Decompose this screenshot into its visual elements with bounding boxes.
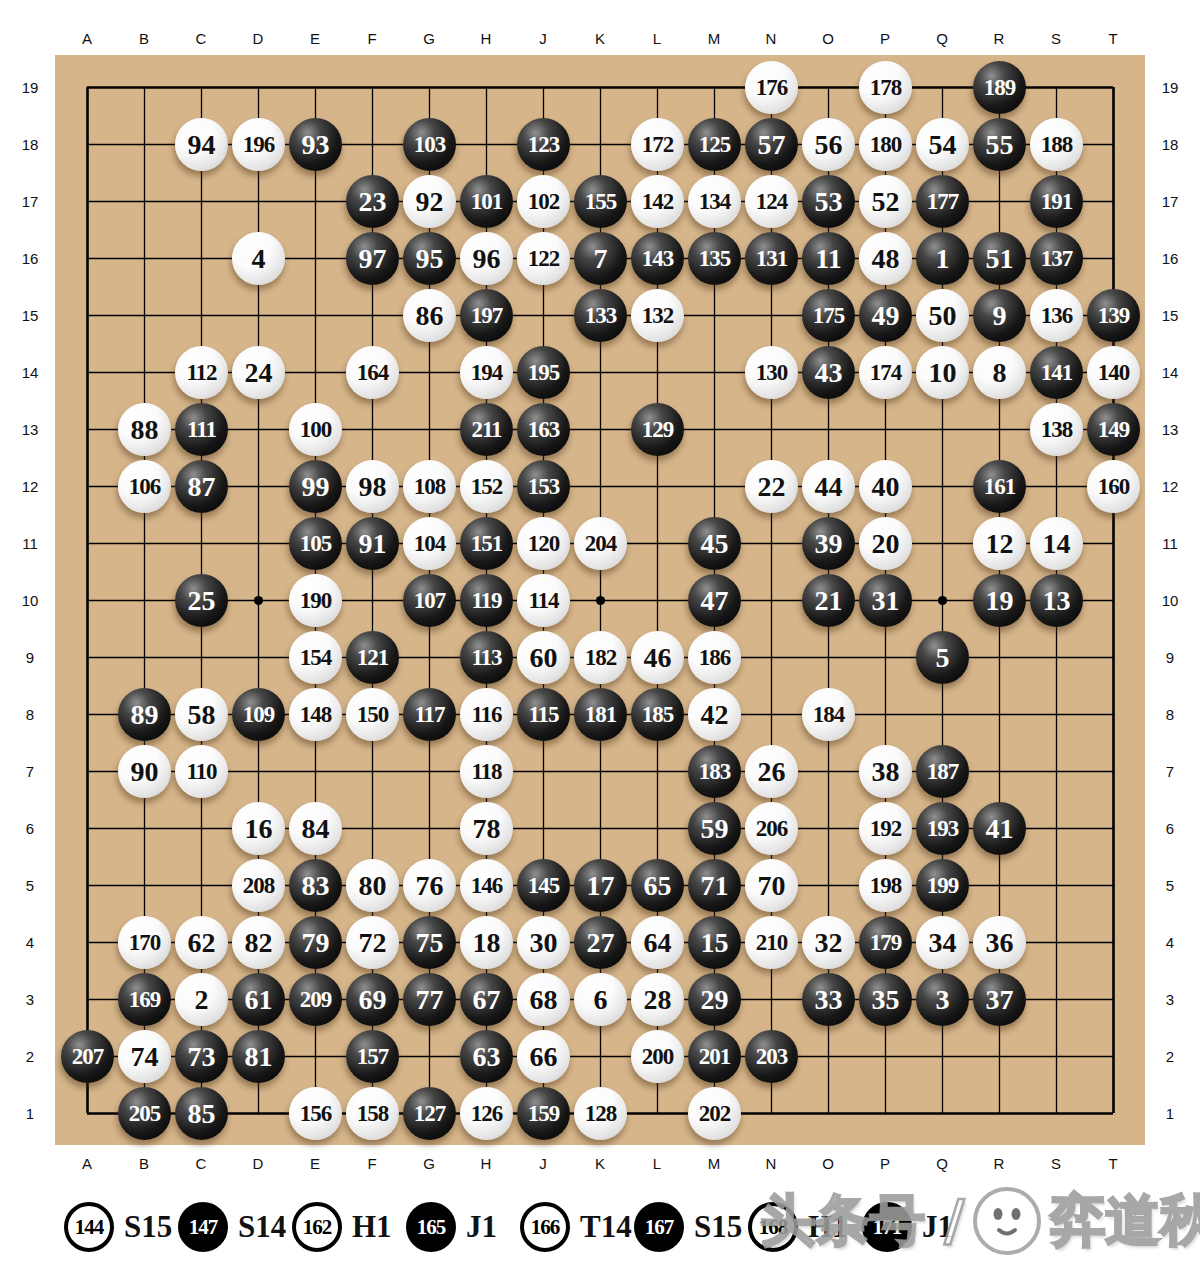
- coord-left-2: 2: [26, 1048, 34, 1065]
- move-number: 109: [243, 703, 275, 726]
- stone-white-50-Q15: 50: [916, 289, 969, 342]
- move-number: 210: [756, 931, 788, 954]
- move-number: 83: [302, 872, 330, 900]
- stone-black-201-M2: 201: [688, 1030, 741, 1083]
- coord-left-6: 6: [26, 820, 34, 837]
- stone-white-60-J9: 60: [517, 631, 570, 684]
- stone-white-146-H5: 146: [460, 859, 513, 912]
- stone-white-54-Q18: 54: [916, 118, 969, 171]
- move-number: 154: [300, 646, 332, 669]
- stone-white-200-L2: 200: [631, 1030, 684, 1083]
- move-number: 133: [585, 304, 617, 327]
- caption-item-168: 168H1: [748, 1198, 848, 1256]
- move-number: 10: [929, 359, 957, 387]
- move-number: 23: [359, 188, 387, 216]
- stone-black-107-G10: 107: [403, 574, 456, 627]
- stone-black-69-F3: 69: [346, 973, 399, 1026]
- stone-white-132-L15: 132: [631, 289, 684, 342]
- move-number: 148: [300, 703, 332, 726]
- move-number: 140: [1098, 361, 1130, 384]
- stone-black-191-S17: 191: [1030, 175, 1083, 228]
- stone-black-43-O14: 43: [802, 346, 855, 399]
- stone-white-186-M9: 186: [688, 631, 741, 684]
- coord-left-3: 3: [26, 991, 34, 1008]
- star-point: [938, 596, 947, 605]
- move-number: 37: [986, 986, 1014, 1014]
- move-number: 190: [300, 589, 332, 612]
- move-number: 112: [186, 361, 216, 384]
- stone-white-46-L9: 46: [631, 631, 684, 684]
- move-number: 156: [300, 1102, 332, 1125]
- stone-black-79-E4: 79: [289, 916, 342, 969]
- move-number: 64: [644, 929, 672, 957]
- stone-black-143-L16: 143: [631, 232, 684, 285]
- move-number: 63: [473, 1043, 501, 1071]
- move-number: 88: [131, 416, 159, 444]
- stone-black-139-T15: 139: [1087, 289, 1140, 342]
- move-number: 122: [528, 247, 560, 270]
- stone-black-89-B8: 89: [118, 688, 171, 741]
- move-number: 128: [585, 1102, 617, 1125]
- coord-left-7: 7: [26, 763, 34, 780]
- stone-white-28-L3: 28: [631, 973, 684, 1026]
- coord-bottom-N: N: [766, 1155, 777, 1172]
- stone-white-32-O4: 32: [802, 916, 855, 969]
- stone-white-40-P12: 40: [859, 460, 912, 513]
- coord-top-T: T: [1108, 30, 1117, 47]
- move-number: 84: [302, 815, 330, 843]
- move-number: 93: [302, 131, 330, 159]
- move-number: 97: [359, 245, 387, 273]
- stone-white-156-E1: 156: [289, 1087, 342, 1140]
- stone-white-122-J16: 122: [517, 232, 570, 285]
- caption-stone-white-162: 162: [292, 1202, 342, 1252]
- move-number: 2: [195, 986, 209, 1014]
- stone-black-135-M16: 135: [688, 232, 741, 285]
- move-number: 44: [815, 473, 843, 501]
- move-number: 121: [357, 646, 389, 669]
- move-number: 196: [243, 133, 275, 156]
- move-number: 8: [993, 359, 1007, 387]
- stone-white-190-E10: 190: [289, 574, 342, 627]
- move-number: 35: [872, 986, 900, 1014]
- move-number: 59: [701, 815, 729, 843]
- move-number: 42: [701, 701, 729, 729]
- stone-white-62-C4: 62: [175, 916, 228, 969]
- coord-bottom-H: H: [481, 1155, 492, 1172]
- stone-white-124-N17: 124: [745, 175, 798, 228]
- coord-top-L: L: [653, 30, 661, 47]
- move-number: 161: [984, 475, 1016, 498]
- move-number: 76: [416, 872, 444, 900]
- stone-black-31-P10: 31: [859, 574, 912, 627]
- stone-black-125-M18: 125: [688, 118, 741, 171]
- coord-bottom-B: B: [139, 1155, 149, 1172]
- stone-white-92-G17: 92: [403, 175, 456, 228]
- stone-white-72-F4: 72: [346, 916, 399, 969]
- move-number: 86: [416, 302, 444, 330]
- caption-stone-black-147: 147: [178, 1202, 228, 1252]
- move-number: 181: [585, 703, 617, 726]
- stone-white-56-O18: 56: [802, 118, 855, 171]
- move-number: 4: [252, 245, 266, 273]
- move-number: 108: [414, 475, 446, 498]
- stone-black-129-L13: 129: [631, 403, 684, 456]
- move-number: 7: [594, 245, 608, 273]
- move-number: 211: [471, 418, 501, 441]
- coord-right-14: 14: [1162, 364, 1179, 381]
- move-number: 129: [642, 418, 674, 441]
- stone-white-154-E9: 154: [289, 631, 342, 684]
- coord-bottom-S: S: [1051, 1155, 1061, 1172]
- coord-bottom-C: C: [196, 1155, 207, 1172]
- move-number: 55: [986, 131, 1014, 159]
- move-number: 20: [872, 530, 900, 558]
- stone-black-141-S14: 141: [1030, 346, 1083, 399]
- stone-black-155-K17: 155: [574, 175, 627, 228]
- move-number: 151: [471, 532, 503, 555]
- stone-black-47-M10: 47: [688, 574, 741, 627]
- move-number: 136: [1041, 304, 1073, 327]
- stone-white-202-M1: 202: [688, 1087, 741, 1140]
- stone-white-70-N5: 70: [745, 859, 798, 912]
- stone-white-210-N4: 210: [745, 916, 798, 969]
- coord-right-19: 19: [1162, 79, 1179, 96]
- move-number: 103: [414, 133, 446, 156]
- stone-black-185-L8: 185: [631, 688, 684, 741]
- caption-item-166: 166T14: [520, 1198, 632, 1256]
- move-number: 203: [756, 1045, 788, 1068]
- move-number: 200: [642, 1045, 674, 1068]
- move-number: 100: [300, 418, 332, 441]
- caption-stone-black-167: 167: [634, 1202, 684, 1252]
- move-number: 49: [872, 302, 900, 330]
- move-number: 137: [1041, 247, 1073, 270]
- stone-white-94-C18: 94: [175, 118, 228, 171]
- coord-right-2: 2: [1166, 1048, 1174, 1065]
- stone-black-59-M6: 59: [688, 802, 741, 855]
- coord-top-F: F: [367, 30, 376, 47]
- stone-black-39-O11: 39: [802, 517, 855, 570]
- move-number: 99: [302, 473, 330, 501]
- stone-black-159-J1: 159: [517, 1087, 570, 1140]
- move-number: 160: [1098, 475, 1130, 498]
- move-number: 71: [701, 872, 729, 900]
- stone-white-130-N14: 130: [745, 346, 798, 399]
- move-number: 105: [300, 532, 332, 555]
- move-number: 207: [72, 1045, 104, 1068]
- move-number: 15: [701, 929, 729, 957]
- move-number: 69: [359, 986, 387, 1014]
- move-number: 142: [642, 190, 674, 213]
- coord-left-18: 18: [22, 136, 39, 153]
- move-number: 176: [756, 76, 788, 99]
- stone-white-204-K11: 204: [574, 517, 627, 570]
- stone-white-138-S13: 138: [1030, 403, 1083, 456]
- coord-right-10: 10: [1162, 592, 1179, 609]
- stone-black-187-Q7: 187: [916, 745, 969, 798]
- move-number: 131: [756, 247, 788, 270]
- stone-black-77-G3: 77: [403, 973, 456, 1026]
- coord-right-13: 13: [1162, 421, 1179, 438]
- move-number: 38: [872, 758, 900, 786]
- coord-bottom-Q: Q: [936, 1155, 948, 1172]
- stone-black-23-F17: 23: [346, 175, 399, 228]
- stone-black-195-J14: 195: [517, 346, 570, 399]
- stone-black-73-C2: 73: [175, 1030, 228, 1083]
- stone-black-15-M4: 15: [688, 916, 741, 969]
- move-number: 182: [585, 646, 617, 669]
- move-number: 27: [587, 929, 615, 957]
- move-number: 1: [936, 245, 950, 273]
- stone-black-169-B3: 169: [118, 973, 171, 1026]
- stone-black-41-R6: 41: [973, 802, 1026, 855]
- move-number: 77: [416, 986, 444, 1014]
- caption-point-label: J1: [922, 1209, 953, 1245]
- stone-white-176-N19: 176: [745, 61, 798, 114]
- move-number: 118: [471, 760, 501, 783]
- coord-bottom-F: F: [367, 1155, 376, 1172]
- coord-top-K: K: [595, 30, 605, 47]
- move-number: 178: [870, 76, 902, 99]
- move-number: 191: [1041, 190, 1073, 213]
- stone-black-21-O10: 21: [802, 574, 855, 627]
- stone-white-170-B4: 170: [118, 916, 171, 969]
- move-number: 72: [359, 929, 387, 957]
- stone-black-67-H3: 67: [460, 973, 513, 1026]
- move-number: 143: [642, 247, 674, 270]
- coord-bottom-E: E: [310, 1155, 320, 1172]
- coord-left-10: 10: [22, 592, 39, 609]
- stone-white-8-R14: 8: [973, 346, 1026, 399]
- coord-bottom-A: A: [82, 1155, 92, 1172]
- stone-black-9-R15: 9: [973, 289, 1026, 342]
- move-number: 65: [644, 872, 672, 900]
- move-number: 96: [473, 245, 501, 273]
- move-number: 175: [813, 304, 845, 327]
- move-number: 32: [815, 929, 843, 957]
- stone-white-192-P6: 192: [859, 802, 912, 855]
- stone-black-97-F16: 97: [346, 232, 399, 285]
- coord-right-17: 17: [1162, 193, 1179, 210]
- stone-white-80-F5: 80: [346, 859, 399, 912]
- coord-left-15: 15: [22, 307, 39, 324]
- move-number: 73: [188, 1043, 216, 1071]
- coord-left-17: 17: [22, 193, 39, 210]
- move-number: 188: [1041, 133, 1073, 156]
- move-number: 163: [528, 418, 560, 441]
- coord-top-N: N: [766, 30, 777, 47]
- stone-white-136-S15: 136: [1030, 289, 1083, 342]
- move-number: 3: [936, 986, 950, 1014]
- move-number: 192: [870, 817, 902, 840]
- move-number: 5: [936, 644, 950, 672]
- stone-black-127-G1: 127: [403, 1087, 456, 1140]
- stone-white-148-E8: 148: [289, 688, 342, 741]
- coord-left-5: 5: [26, 877, 34, 894]
- move-number: 194: [471, 361, 503, 384]
- move-number: 48: [872, 245, 900, 273]
- stone-white-58-C8: 58: [175, 688, 228, 741]
- move-number: 172: [642, 133, 674, 156]
- stone-white-102-J17: 102: [517, 175, 570, 228]
- move-number: 52: [872, 188, 900, 216]
- stone-white-160-T12: 160: [1087, 460, 1140, 513]
- coord-left-11: 11: [22, 535, 38, 552]
- coord-top-M: M: [708, 30, 721, 47]
- stone-white-142-L17: 142: [631, 175, 684, 228]
- move-number: 106: [129, 475, 161, 498]
- coord-left-16: 16: [22, 250, 39, 267]
- move-number: 157: [357, 1045, 389, 1068]
- move-number: 30: [530, 929, 558, 957]
- move-number: 179: [870, 931, 902, 954]
- stone-black-65-L5: 65: [631, 859, 684, 912]
- coord-top-D: D: [253, 30, 264, 47]
- move-number: 201: [699, 1045, 731, 1068]
- caption-point-label: H1: [808, 1209, 848, 1245]
- move-number: 26: [758, 758, 786, 786]
- stone-white-52-P17: 52: [859, 175, 912, 228]
- stone-white-120-J11: 120: [517, 517, 570, 570]
- stone-white-34-Q4: 34: [916, 916, 969, 969]
- move-number: 115: [528, 703, 558, 726]
- stone-black-51-R16: 51: [973, 232, 1026, 285]
- stone-white-172-L18: 172: [631, 118, 684, 171]
- stone-white-44-O12: 44: [802, 460, 855, 513]
- move-number: 95: [416, 245, 444, 273]
- move-number: 138: [1041, 418, 1073, 441]
- move-number: 25: [188, 587, 216, 615]
- stone-white-100-E13: 100: [289, 403, 342, 456]
- move-number: 74: [131, 1043, 159, 1071]
- stone-black-75-G4: 75: [403, 916, 456, 969]
- stone-black-207-A2: 207: [61, 1030, 114, 1083]
- move-number: 164: [357, 361, 389, 384]
- stone-white-116-H8: 116: [460, 688, 513, 741]
- stone-white-106-B12: 106: [118, 460, 171, 513]
- move-number: 21: [815, 587, 843, 615]
- coord-left-12: 12: [22, 478, 39, 495]
- stone-black-29-M3: 29: [688, 973, 741, 1026]
- coord-bottom-R: R: [994, 1155, 1005, 1172]
- coord-left-1: 1: [26, 1105, 34, 1122]
- move-number: 152: [471, 475, 503, 498]
- move-number: 39: [815, 530, 843, 558]
- move-number: 91: [359, 530, 387, 558]
- move-number: 116: [471, 703, 501, 726]
- stone-white-30-J4: 30: [517, 916, 570, 969]
- stone-white-68-J3: 68: [517, 973, 570, 1026]
- move-number: 47: [701, 587, 729, 615]
- move-number: 170: [129, 931, 161, 954]
- stone-white-134-M17: 134: [688, 175, 741, 228]
- stone-black-25-C10: 25: [175, 574, 228, 627]
- coord-bottom-K: K: [595, 1155, 605, 1172]
- stone-black-193-Q6: 193: [916, 802, 969, 855]
- stone-black-85-C1: 85: [175, 1087, 228, 1140]
- move-number: 29: [701, 986, 729, 1014]
- coord-right-8: 8: [1166, 706, 1174, 723]
- move-number: 85: [188, 1100, 216, 1128]
- move-number: 189: [984, 76, 1016, 99]
- move-number: 187: [927, 760, 959, 783]
- move-number: 81: [245, 1043, 273, 1071]
- move-number: 153: [528, 475, 560, 498]
- move-number: 50: [929, 302, 957, 330]
- stone-white-128-K1: 128: [574, 1087, 627, 1140]
- stone-black-53-O17: 53: [802, 175, 855, 228]
- move-number: 54: [929, 131, 957, 159]
- coord-top-C: C: [196, 30, 207, 47]
- move-number: 58: [188, 701, 216, 729]
- stone-black-33-O3: 33: [802, 973, 855, 1026]
- coord-top-J: J: [539, 30, 547, 47]
- move-number: 174: [870, 361, 902, 384]
- stone-white-178-P19: 178: [859, 61, 912, 114]
- move-number: 41: [986, 815, 1014, 843]
- coord-right-15: 15: [1162, 307, 1179, 324]
- move-number: 46: [644, 644, 672, 672]
- coord-top-H: H: [481, 30, 492, 47]
- move-number: 183: [699, 760, 731, 783]
- stone-white-196-D18: 196: [232, 118, 285, 171]
- move-number: 75: [416, 929, 444, 957]
- move-number: 70: [758, 872, 786, 900]
- stone-white-20-P11: 20: [859, 517, 912, 570]
- move-number: 61: [245, 986, 273, 1014]
- coord-right-6: 6: [1166, 820, 1174, 837]
- move-number: 104: [414, 532, 446, 555]
- stone-black-183-M7: 183: [688, 745, 741, 798]
- move-number: 9: [993, 302, 1007, 330]
- stone-white-174-P14: 174: [859, 346, 912, 399]
- stone-white-114-J10: 114: [517, 574, 570, 627]
- stone-black-113-H9: 113: [460, 631, 513, 684]
- stone-black-123-J18: 123: [517, 118, 570, 171]
- stone-black-87-C12: 87: [175, 460, 228, 513]
- coord-bottom-L: L: [653, 1155, 661, 1172]
- stone-white-66-J2: 66: [517, 1030, 570, 1083]
- move-number: 79: [302, 929, 330, 957]
- move-number: 66: [530, 1043, 558, 1071]
- move-number: 6: [594, 986, 608, 1014]
- stone-black-205-B1: 205: [118, 1087, 171, 1140]
- move-number: 28: [644, 986, 672, 1014]
- coord-left-8: 8: [26, 706, 34, 723]
- stone-black-5-Q9: 5: [916, 631, 969, 684]
- move-number: 94: [188, 131, 216, 159]
- stone-black-61-D3: 61: [232, 973, 285, 1026]
- move-number: 185: [642, 703, 674, 726]
- move-number: 206: [756, 817, 788, 840]
- move-number: 197: [471, 304, 503, 327]
- stone-white-86-G15: 86: [403, 289, 456, 342]
- move-number: 150: [357, 703, 389, 726]
- coord-right-12: 12: [1162, 478, 1179, 495]
- move-number: 126: [471, 1102, 503, 1125]
- coord-bottom-P: P: [880, 1155, 890, 1172]
- stone-black-151-H11: 151: [460, 517, 513, 570]
- coord-right-1: 1: [1166, 1105, 1174, 1122]
- stone-black-209-E3: 209: [289, 973, 342, 1026]
- stone-black-177-Q17: 177: [916, 175, 969, 228]
- move-number: 68: [530, 986, 558, 1014]
- stone-white-198-P5: 198: [859, 859, 912, 912]
- move-number: 16: [245, 815, 273, 843]
- move-number: 169: [129, 988, 161, 1011]
- move-number: 78: [473, 815, 501, 843]
